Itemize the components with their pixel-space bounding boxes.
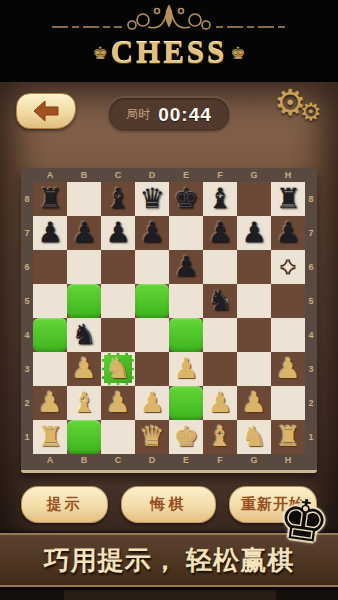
square-h6[interactable] [271,250,305,284]
rank-label-7: 7 [21,216,33,250]
timer-label: 局时 [126,106,150,123]
title-left-crown-icon: ♚ [92,43,107,63]
hint-button[interactable]: 提示 [21,486,108,523]
legal-move-highlight [67,420,101,454]
rank-label-5: 5 [21,284,33,318]
square-c8[interactable]: ♝ [101,182,135,216]
file-label-a: A [33,453,67,467]
square-f6[interactable] [203,250,237,284]
square-f3[interactable] [203,352,237,386]
square-a4[interactable] [33,318,67,352]
white-king-e1: ♚ [169,420,203,454]
promo-banner-text: 巧用提示， 轻松赢棋 [44,543,295,578]
file-label-e: E [169,453,203,467]
file-label-h: H [271,168,305,182]
square-h7[interactable]: ♟ [271,216,305,250]
square-g1[interactable]: ♞ [237,420,271,454]
square-a7[interactable]: ♟ [33,216,67,250]
bottom-strip-inner [64,590,276,600]
black-pawn-g7: ♟ [237,216,271,250]
legal-move-highlight [169,386,203,420]
black-pawn-e6: ♟ [169,250,203,284]
rank-label-4: 4 [305,318,317,352]
square-b2[interactable]: ♝ [67,386,101,420]
rank-label-4: 4 [21,318,33,352]
rank-label-1: 1 [21,420,33,454]
white-pawn-f2: ♟ [203,386,237,420]
file-labels-top: ABCDEFGH [33,168,305,182]
square-d6[interactable] [135,250,169,284]
rank-label-8: 8 [305,182,317,216]
white-bishop-f1: ♝ [203,420,237,454]
white-rook-a1: ♜ [33,420,67,454]
square-g7[interactable]: ♟ [237,216,271,250]
square-b7[interactable]: ♟ [67,216,101,250]
square-b5[interactable] [67,284,101,318]
gear-small-icon: ⚙ [300,98,322,126]
square-e7[interactable] [169,216,203,250]
rank-label-2: 2 [305,386,317,420]
square-d7[interactable]: ♟ [135,216,169,250]
square-f1[interactable]: ♝ [203,420,237,454]
black-pawn-f7: ♟ [203,216,237,250]
board-squares: ♜♝♛♚♝♜♟♟♟♟♟♟♟♟♞♞♟♞♟♟♟♝♟♟♟♟♜♛♚♝♞♜ [33,182,305,454]
square-h3[interactable]: ♟ [271,352,305,386]
square-h4[interactable] [271,318,305,352]
square-g3[interactable] [237,352,271,386]
white-bishop-b2: ♝ [67,386,101,420]
app-header: ♚CHESS♚ [0,0,338,82]
rank-label-7: 7 [305,216,317,250]
white-pawn-c2: ♟ [101,386,135,420]
square-d5[interactable] [135,284,169,318]
white-queen-d1: ♛ [135,420,169,454]
black-rook-a8: ♜ [33,182,67,216]
main-content: 局时 00:44 ⚙ ⚙ ABCDEFGH ABCDEFGH 87654321 … [0,82,338,600]
file-label-f: F [203,453,237,467]
white-pawn-e3: ♟ [169,352,203,386]
square-c7[interactable]: ♟ [101,216,135,250]
file-label-e: E [169,168,203,182]
legal-move-highlight [67,284,101,318]
square-g8[interactable] [237,182,271,216]
black-king-e8: ♚ [169,182,203,216]
rank-label-5: 5 [305,284,317,318]
square-d2[interactable]: ♟ [135,386,169,420]
rank-label-3: 3 [305,352,317,386]
square-a2[interactable]: ♟ [33,386,67,420]
square-a5[interactable] [33,284,67,318]
square-e8[interactable]: ♚ [169,182,203,216]
timer-value: 00:44 [158,104,212,126]
white-pawn-d2: ♟ [135,386,169,420]
square-d3[interactable] [135,352,169,386]
square-c2[interactable]: ♟ [101,386,135,420]
chess-app: ♚CHESS♚ 局时 00:44 ⚙ ⚙ ABCDEFGH ABCDEFGH 8… [0,0,338,600]
rank-label-3: 3 [21,352,33,386]
square-h2[interactable] [271,386,305,420]
white-pawn-h3: ♟ [271,352,305,386]
white-knight-c3: ♞ [101,352,135,386]
rank-labels-right: 87654321 [305,182,317,454]
bottom-strip [0,587,338,600]
black-pawn-a7: ♟ [33,216,67,250]
square-c3[interactable]: ♞ [101,352,135,386]
square-g5[interactable] [237,284,271,318]
square-f7[interactable]: ♟ [203,216,237,250]
square-e4[interactable] [169,318,203,352]
settings-button[interactable]: ⚙ ⚙ [274,82,330,134]
black-rook-h8: ♜ [271,182,305,216]
square-b4[interactable]: ♞ [67,318,101,352]
legal-move-highlight [33,318,67,352]
file-label-g: G [237,168,271,182]
square-a1[interactable]: ♜ [33,420,67,454]
square-h1[interactable]: ♜ [271,420,305,454]
file-label-c: C [101,168,135,182]
square-f2[interactable]: ♟ [203,386,237,420]
square-e2[interactable] [169,386,203,420]
file-label-c: C [101,453,135,467]
file-label-a: A [33,168,67,182]
black-bishop-f8: ♝ [203,182,237,216]
last-move-marker [285,264,306,285]
square-b8[interactable] [67,182,101,216]
square-h5[interactable] [271,284,305,318]
rank-label-1: 1 [305,420,317,454]
square-e1[interactable]: ♚ [169,420,203,454]
action-button-row: 提示 悔棋 重新开始 [21,486,317,521]
black-bishop-c8: ♝ [101,182,135,216]
white-rook-h1: ♜ [271,420,305,454]
file-label-b: B [67,453,101,467]
square-c4[interactable] [101,318,135,352]
title-right-crown-icon: ♚ [230,43,245,63]
file-label-b: B [67,168,101,182]
white-knight-g1: ♞ [237,420,271,454]
square-d8[interactable]: ♛ [135,182,169,216]
file-label-g: G [237,453,271,467]
chess-board: ABCDEFGH ABCDEFGH 87654321 87654321 ♜♝♛♚… [21,168,317,473]
square-a3[interactable] [33,352,67,386]
white-pawn-a2: ♟ [33,386,67,420]
square-f4[interactable] [203,318,237,352]
app-title-row: ♚CHESS♚ [0,35,338,71]
square-a6[interactable] [33,250,67,284]
square-e6[interactable]: ♟ [169,250,203,284]
square-b3[interactable]: ♟ [67,352,101,386]
back-button[interactable] [16,93,76,129]
rank-label-6: 6 [21,250,33,284]
rank-label-8: 8 [21,182,33,216]
black-pawn-d7: ♟ [135,216,169,250]
rank-label-2: 2 [21,386,33,420]
square-g4[interactable] [237,318,271,352]
square-a8[interactable]: ♜ [33,182,67,216]
rank-labels-left: 87654321 [21,182,33,454]
crown-badge-icon: ♚ [270,482,338,558]
square-f5[interactable]: ♞ [203,284,237,318]
square-g2[interactable]: ♟ [237,386,271,420]
white-pawn-b3: ♟ [67,352,101,386]
file-label-d: D [135,168,169,182]
square-g6[interactable] [237,250,271,284]
square-b6[interactable] [67,250,101,284]
black-queen-d8: ♛ [135,182,169,216]
file-label-h: H [271,453,305,467]
game-timer: 局时 00:44 [107,96,231,133]
square-f8[interactable]: ♝ [203,182,237,216]
square-d4[interactable] [135,318,169,352]
header-flourish [44,3,294,39]
black-pawn-h7: ♟ [271,216,305,250]
back-arrow-icon [32,100,60,122]
square-c1[interactable] [101,420,135,454]
undo-button[interactable]: 悔棋 [121,486,216,523]
square-e5[interactable] [169,284,203,318]
rank-label-6: 6 [305,250,317,284]
legal-move-highlight [169,318,203,352]
black-pawn-b7: ♟ [67,216,101,250]
square-c5[interactable] [101,284,135,318]
square-d1[interactable]: ♛ [135,420,169,454]
square-c6[interactable] [101,250,135,284]
black-knight-f5: ♞ [203,284,237,318]
square-e3[interactable]: ♟ [169,352,203,386]
file-labels-bottom: ABCDEFGH [33,453,305,467]
black-pawn-c7: ♟ [101,216,135,250]
white-pawn-g2: ♟ [237,386,271,420]
app-title: CHESS [108,35,231,70]
square-h8[interactable]: ♜ [271,182,305,216]
file-label-d: D [135,453,169,467]
black-knight-b4: ♞ [67,318,101,352]
file-label-f: F [203,168,237,182]
square-b1[interactable] [67,420,101,454]
legal-move-highlight [135,284,169,318]
